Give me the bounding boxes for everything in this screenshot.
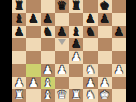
square-g2[interactable]: ♟ bbox=[98, 77, 112, 90]
square-d7[interactable] bbox=[55, 13, 69, 26]
black-bishop-icon[interactable]: ♝ bbox=[14, 13, 24, 25]
square-g6[interactable] bbox=[98, 26, 112, 39]
square-c2[interactable]: ♝ bbox=[41, 77, 55, 90]
square-b8[interactable] bbox=[26, 0, 40, 13]
square-b4[interactable] bbox=[26, 51, 40, 64]
square-h7[interactable] bbox=[112, 13, 126, 26]
square-e7[interactable] bbox=[69, 13, 83, 26]
white-king-icon[interactable]: ♚ bbox=[99, 89, 109, 101]
white-bishop-icon[interactable]: ♝ bbox=[42, 89, 52, 101]
white-pawn-icon[interactable]: ♟ bbox=[42, 64, 52, 76]
black-rook-icon[interactable]: ♜ bbox=[71, 0, 81, 12]
white-rook-icon[interactable]: ♜ bbox=[14, 89, 24, 101]
square-h5[interactable] bbox=[112, 38, 126, 51]
square-b6[interactable] bbox=[26, 26, 40, 39]
square-f6[interactable]: ♞ bbox=[83, 26, 97, 39]
square-f3[interactable]: ♞ bbox=[83, 64, 97, 77]
square-d1[interactable]: ♛ bbox=[55, 89, 69, 102]
white-pawn-icon[interactable]: ♟ bbox=[14, 77, 24, 89]
square-a2[interactable]: ♟ bbox=[12, 77, 26, 90]
white-bishop-icon[interactable]: ♝ bbox=[42, 77, 52, 89]
white-pawn-icon[interactable]: ♟ bbox=[57, 64, 67, 76]
white-queen-icon[interactable]: ♛ bbox=[57, 89, 67, 101]
square-g1[interactable]: ♚ bbox=[98, 89, 112, 102]
square-c6[interactable]: ♞ bbox=[41, 26, 55, 39]
white-pawn-icon[interactable]: ♟ bbox=[114, 64, 124, 76]
square-c8[interactable] bbox=[41, 0, 55, 13]
white-pawn-icon[interactable]: ♟ bbox=[99, 77, 109, 89]
move-arrowhead-icon bbox=[58, 39, 66, 45]
square-b5[interactable] bbox=[26, 38, 40, 51]
square-b2[interactable]: ♟ bbox=[26, 77, 40, 90]
black-pawn-icon[interactable]: ♟ bbox=[99, 13, 109, 25]
square-e8[interactable]: ♜ bbox=[69, 0, 83, 13]
square-a8[interactable]: ♜ bbox=[12, 0, 26, 13]
square-f2[interactable]: ♟ bbox=[83, 77, 97, 90]
square-a1[interactable]: ♜ bbox=[12, 89, 26, 102]
square-e5[interactable]: ♟ bbox=[69, 38, 83, 51]
white-pawn-icon[interactable]: ♟ bbox=[71, 51, 81, 63]
square-e2[interactable] bbox=[69, 77, 83, 90]
white-knight-icon[interactable]: ♞ bbox=[85, 89, 95, 101]
white-pawn-icon[interactable]: ♟ bbox=[85, 77, 95, 89]
black-queen-icon[interactable]: ♛ bbox=[57, 0, 67, 12]
black-rook-icon[interactable]: ♜ bbox=[14, 0, 24, 12]
white-knight-icon[interactable]: ♞ bbox=[85, 64, 95, 76]
square-b1[interactable] bbox=[26, 89, 40, 102]
square-b7[interactable]: ♟ bbox=[26, 13, 40, 26]
square-d4[interactable] bbox=[55, 51, 69, 64]
square-f4[interactable] bbox=[83, 51, 97, 64]
square-a3[interactable] bbox=[12, 64, 26, 77]
square-c3[interactable]: ♟ bbox=[41, 64, 55, 77]
square-b3[interactable] bbox=[26, 64, 40, 77]
square-h8[interactable] bbox=[112, 0, 126, 13]
square-e4[interactable]: ♟ bbox=[69, 51, 83, 64]
square-d8[interactable]: ♛ bbox=[55, 0, 69, 13]
black-king-icon[interactable]: ♚ bbox=[99, 0, 109, 12]
square-h4[interactable] bbox=[112, 51, 126, 64]
square-g5[interactable] bbox=[98, 38, 112, 51]
black-bishop-icon[interactable]: ♝ bbox=[71, 26, 81, 38]
white-rook-icon[interactable]: ♜ bbox=[71, 89, 81, 101]
square-a4[interactable] bbox=[12, 51, 26, 64]
black-pawn-icon[interactable]: ♟ bbox=[28, 13, 38, 25]
square-g7[interactable]: ♟ bbox=[98, 13, 112, 26]
white-pawn-icon[interactable]: ♟ bbox=[28, 77, 38, 89]
square-g8[interactable]: ♚ bbox=[98, 0, 112, 13]
black-knight-icon[interactable]: ♞ bbox=[85, 26, 95, 38]
black-pawn-icon[interactable]: ♟ bbox=[85, 13, 95, 25]
square-c7[interactable]: ♟ bbox=[41, 13, 55, 26]
black-pawn-icon[interactable]: ♟ bbox=[14, 26, 24, 38]
square-h6[interactable]: ♟ bbox=[112, 26, 126, 39]
square-d2[interactable] bbox=[55, 77, 69, 90]
chess-app-background: ♜♛♜♚♝♟♟♟♟♟♞♟♝♞♟♟♟♟♟♞♟♟♟♝♟♟♜♝♛♜♞♚ bbox=[0, 0, 136, 102]
square-c4[interactable] bbox=[41, 51, 55, 64]
black-knight-icon[interactable]: ♞ bbox=[42, 26, 52, 38]
chess-board: ♜♛♜♚♝♟♟♟♟♟♞♟♝♞♟♟♟♟♟♞♟♟♟♝♟♟♜♝♛♜♞♚ bbox=[12, 0, 126, 102]
square-f7[interactable]: ♟ bbox=[83, 13, 97, 26]
square-f5[interactable] bbox=[83, 38, 97, 51]
black-pawn-icon[interactable]: ♟ bbox=[114, 26, 124, 38]
square-h1[interactable] bbox=[112, 89, 126, 102]
square-d3[interactable]: ♟ bbox=[55, 64, 69, 77]
black-pawn-icon[interactable]: ♟ bbox=[71, 38, 81, 50]
black-pawn-icon[interactable]: ♟ bbox=[57, 26, 67, 38]
square-e1[interactable]: ♜ bbox=[69, 89, 83, 102]
square-c1[interactable]: ♝ bbox=[41, 89, 55, 102]
square-g3[interactable] bbox=[98, 64, 112, 77]
square-a5[interactable] bbox=[12, 38, 26, 51]
black-pawn-icon[interactable]: ♟ bbox=[42, 13, 52, 25]
square-h2[interactable] bbox=[112, 77, 126, 90]
square-g4[interactable] bbox=[98, 51, 112, 64]
square-d6[interactable]: ♟ bbox=[55, 26, 69, 39]
square-e3[interactable] bbox=[69, 64, 83, 77]
square-c5[interactable] bbox=[41, 38, 55, 51]
square-a6[interactable]: ♟ bbox=[12, 26, 26, 39]
square-e6[interactable]: ♝ bbox=[69, 26, 83, 39]
square-d5[interactable] bbox=[55, 38, 69, 51]
square-f1[interactable]: ♞ bbox=[83, 89, 97, 102]
square-h3[interactable]: ♟ bbox=[112, 64, 126, 77]
square-f8[interactable] bbox=[83, 0, 97, 13]
square-a7[interactable]: ♝ bbox=[12, 13, 26, 26]
